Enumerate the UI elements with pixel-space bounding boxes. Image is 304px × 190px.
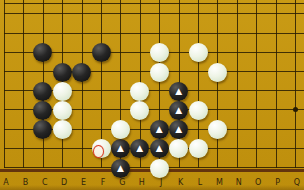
grid-line-vertical [295,0,296,168]
black-stone-D6 [53,63,72,82]
white-stone-D3 [53,120,72,139]
white-stone-J7 [150,43,169,62]
triangle-mark-G1: ▲ [111,159,130,178]
white-stone-H4 [130,101,149,120]
white-stone-D5 [53,82,72,101]
black-stone-G2: ▲ [111,139,130,158]
grid-line-vertical [276,0,277,168]
grid-line-vertical [4,0,5,168]
bottom-shade [0,185,304,190]
white-stone-K2 [169,139,188,158]
black-stone-K4: ▲ [169,101,188,120]
grid-line-horizontal [4,13,304,14]
black-stone-K3: ▲ [169,120,188,139]
star-point-Q4 [293,107,298,112]
black-stone-H2: ▲ [130,139,149,158]
black-stone-C7 [33,43,52,62]
white-stone-J6 [150,63,169,82]
red-circle-mark-F2 [93,145,104,158]
grid-line-horizontal [4,33,304,34]
triangle-mark-H2: ▲ [130,139,149,158]
black-stone-F7 [92,43,111,62]
grid-line-vertical [217,0,218,168]
triangle-mark-J3: ▲ [150,120,169,139]
grid-line-vertical [23,0,24,168]
triangle-mark-J2: ▲ [150,139,169,158]
white-stone-G3 [111,120,130,139]
black-stone-C3 [33,120,52,139]
white-stone-L2 [189,139,208,158]
black-stone-E6 [72,63,91,82]
go-board-screenshot: ▲▲▲▲▲▲▲▲ ABCDEFGHJKLMNOPQ [0,0,304,190]
grid-line-vertical [237,0,238,168]
white-stone-F2 [92,139,111,158]
white-stone-M3 [208,120,227,139]
triangle-mark-K3: ▲ [169,120,188,139]
black-stone-G1: ▲ [111,159,130,178]
triangle-mark-G2: ▲ [111,139,130,158]
triangle-mark-K5: ▲ [169,82,188,101]
white-stone-L7 [189,43,208,62]
white-stone-D4 [53,101,72,120]
grid-line-vertical [256,0,257,168]
grid-line-horizontal [4,3,304,4]
black-stone-J2: ▲ [150,139,169,158]
white-stone-J1 [150,159,169,178]
white-stone-H5 [130,82,149,101]
triangle-mark-K4: ▲ [169,101,188,120]
white-stone-L4 [189,101,208,120]
grid-line-vertical [82,0,83,168]
black-stone-C4 [33,101,52,120]
black-stone-J3: ▲ [150,120,169,139]
white-stone-M6 [208,63,227,82]
black-stone-C5 [33,82,52,101]
black-stone-K5: ▲ [169,82,188,101]
